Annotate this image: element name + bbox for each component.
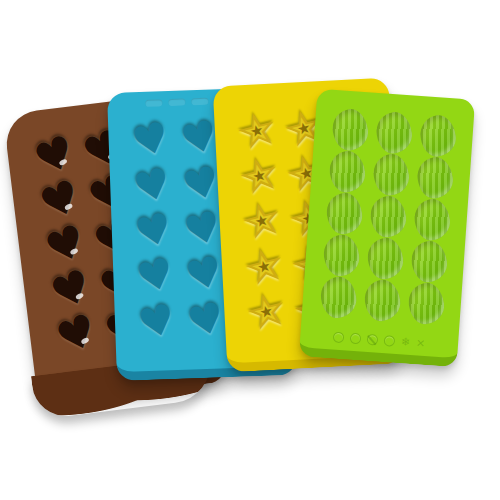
no-microwave-icon bbox=[367, 334, 379, 346]
shell-cavity bbox=[322, 191, 368, 236]
star-icon: ★ bbox=[248, 122, 265, 140]
heart-cavity: ♥ bbox=[28, 130, 82, 181]
heart-icon: ♥ bbox=[134, 297, 181, 347]
shell-cavity bbox=[316, 275, 362, 320]
product-photo: ♥♥♥♥♥♥♥♥♥♥♥♥♥♥♥ ♥♥♥♥♥♥♥♥♥♥♥♥♥♥♥ ★★★★★★★★… bbox=[0, 0, 500, 500]
star-icon: ★ bbox=[255, 258, 272, 276]
shell-cavity bbox=[403, 281, 449, 326]
heart-icon: ♥ bbox=[50, 306, 104, 362]
shell-cavity bbox=[371, 111, 417, 156]
shell-icon bbox=[415, 155, 455, 200]
shell-cavity bbox=[368, 152, 414, 197]
shell-cavity bbox=[362, 236, 408, 281]
shell-icon bbox=[409, 239, 449, 284]
heart-cavity: ♥ bbox=[126, 117, 176, 164]
heart-icon: ♥ bbox=[128, 116, 175, 166]
shell-icon bbox=[374, 110, 414, 155]
star-cavity: ★★★ bbox=[241, 289, 291, 337]
shell-icon bbox=[412, 197, 452, 242]
heart-cavity: ♥ bbox=[132, 298, 182, 345]
heart-cavity: ♥ bbox=[129, 208, 179, 255]
heart-icon: ♥ bbox=[131, 206, 178, 256]
dishwasher-safe-icon bbox=[350, 333, 362, 345]
shell-cavity bbox=[359, 278, 405, 323]
heart-cavity: ♥ bbox=[33, 174, 87, 225]
star-icon: ★ bbox=[258, 304, 275, 322]
shell-cavity bbox=[409, 197, 455, 242]
heart-icon: ♥ bbox=[129, 161, 176, 211]
shell-icon bbox=[322, 232, 362, 277]
cavity-grid bbox=[299, 89, 475, 358]
shell-cavity bbox=[414, 114, 460, 159]
shell-icon bbox=[330, 107, 370, 152]
shell-cavity bbox=[412, 156, 458, 201]
emboss-mark bbox=[191, 98, 208, 106]
heart-cavity: ♥ bbox=[44, 264, 98, 315]
star-icon: ★ bbox=[251, 168, 268, 186]
cross-mark-icon: × bbox=[416, 337, 426, 349]
shell-icon bbox=[362, 277, 402, 322]
shell-cavity bbox=[406, 239, 452, 284]
shell-cavity bbox=[327, 108, 373, 153]
heart-cavity: ♥ bbox=[50, 308, 104, 359]
shell-icon bbox=[319, 274, 359, 319]
shell-cavity bbox=[319, 233, 365, 278]
emboss-mark bbox=[145, 99, 162, 107]
shell-cavity bbox=[365, 194, 411, 239]
tray-green-shells: ❄× bbox=[299, 89, 475, 367]
snowflake-icon: ❄ bbox=[400, 336, 410, 348]
food-contact-safe-icon bbox=[333, 332, 345, 344]
shell-icon bbox=[365, 236, 405, 281]
shell-cavity bbox=[324, 149, 370, 194]
heart-cavity: ♥ bbox=[39, 219, 93, 270]
emboss-mark bbox=[168, 99, 185, 107]
shell-icon bbox=[368, 194, 408, 239]
shell-icon bbox=[371, 152, 411, 197]
shell-icon bbox=[418, 113, 458, 158]
star-icon: ★ bbox=[253, 213, 270, 231]
heart-icon: ♥ bbox=[132, 252, 179, 302]
shell-icon bbox=[406, 280, 446, 325]
shell-icon bbox=[325, 191, 365, 236]
temperature-resistance-icon bbox=[384, 335, 396, 347]
shell-icon bbox=[327, 149, 367, 194]
heart-cavity: ♥ bbox=[131, 253, 181, 300]
heart-icon: ♥ bbox=[183, 295, 230, 345]
heart-cavity: ♥ bbox=[128, 162, 178, 209]
